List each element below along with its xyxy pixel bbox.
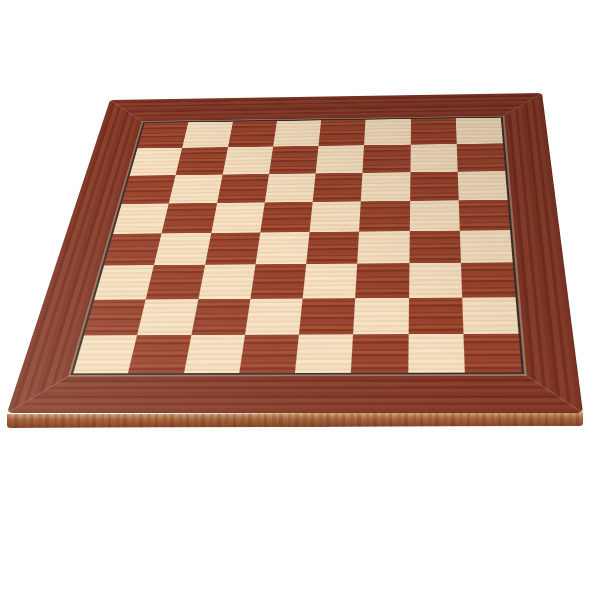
square-f1 — [351, 334, 408, 373]
product-photo-canvas — [0, 0, 600, 600]
board-front-edge — [7, 412, 583, 428]
square-b6 — [169, 174, 222, 203]
square-a5 — [113, 203, 169, 234]
square-a2 — [84, 299, 146, 335]
square-d3 — [250, 264, 306, 298]
square-c3 — [198, 265, 255, 299]
square-e2 — [299, 298, 356, 335]
square-g6 — [410, 171, 459, 200]
square-g4 — [409, 231, 461, 264]
square-d8 — [273, 120, 321, 146]
square-f7 — [363, 145, 411, 173]
square-d5 — [260, 202, 313, 233]
square-g3 — [409, 263, 462, 298]
square-h6 — [457, 171, 507, 200]
square-c7 — [222, 147, 273, 175]
square-b7 — [176, 147, 228, 175]
square-f8 — [364, 119, 410, 145]
square-b1 — [128, 335, 191, 373]
square-h5 — [458, 200, 510, 231]
square-h1 — [463, 333, 522, 372]
square-f2 — [353, 298, 408, 335]
square-d6 — [265, 173, 316, 202]
square-c5 — [211, 202, 265, 233]
playing-field — [70, 117, 524, 375]
square-c1 — [183, 335, 244, 374]
square-h8 — [456, 118, 503, 145]
square-d1 — [239, 334, 299, 373]
square-e7 — [316, 145, 365, 173]
square-e1 — [295, 334, 353, 373]
square-e5 — [310, 201, 361, 232]
square-e6 — [313, 173, 363, 202]
square-b5 — [162, 203, 217, 234]
square-g7 — [410, 144, 457, 172]
square-e3 — [303, 264, 358, 298]
square-b8 — [182, 122, 232, 148]
square-h3 — [461, 263, 516, 298]
square-f4 — [357, 231, 409, 264]
square-a8 — [137, 122, 188, 148]
square-b2 — [137, 299, 198, 335]
square-d4 — [255, 232, 309, 264]
square-a6 — [122, 175, 176, 204]
squares-grid — [73, 118, 522, 374]
square-c4 — [205, 233, 260, 265]
square-g8 — [410, 118, 456, 144]
square-a3 — [94, 265, 154, 299]
square-h2 — [462, 297, 519, 334]
square-c8 — [228, 121, 277, 147]
square-a7 — [130, 148, 183, 176]
square-g1 — [408, 334, 465, 373]
square-d7 — [269, 146, 319, 174]
square-a1 — [73, 335, 137, 373]
square-b4 — [154, 233, 211, 265]
square-g2 — [408, 297, 463, 334]
square-c6 — [217, 174, 269, 203]
square-e4 — [306, 232, 359, 265]
square-c2 — [191, 298, 250, 334]
square-g5 — [409, 200, 459, 231]
square-f6 — [361, 172, 410, 201]
square-a4 — [104, 233, 162, 265]
square-f3 — [355, 263, 408, 298]
square-h7 — [456, 144, 505, 172]
square-h4 — [460, 230, 513, 263]
square-b3 — [146, 265, 205, 299]
square-f5 — [359, 201, 409, 232]
square-d2 — [245, 298, 303, 334]
chess-board — [7, 93, 583, 413]
square-e8 — [318, 120, 365, 146]
